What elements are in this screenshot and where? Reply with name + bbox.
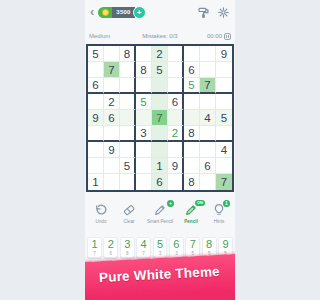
cell-r5c8[interactable]: 4 — [200, 110, 216, 126]
clear-icon — [122, 203, 136, 217]
coin-balance: 3500 — [112, 7, 134, 18]
cell-r3c7[interactable]: 5 — [184, 78, 200, 94]
cell-r3c3[interactable] — [120, 78, 136, 94]
numpad-remaining-count: 7 — [93, 251, 96, 256]
cell-r3c1[interactable]: 6 — [88, 78, 104, 94]
cell-r1c9[interactable]: 9 — [216, 46, 232, 62]
numpad-key-4[interactable]: 47 — [136, 237, 151, 258]
theme-brush-icon[interactable] — [197, 6, 210, 19]
toolbar-hints-button[interactable]: 1Hints — [209, 197, 229, 233]
cell-r7c5[interactable] — [152, 142, 168, 158]
numpad-key-2[interactable]: 26 — [103, 237, 118, 258]
numpad-digit: 2 — [108, 239, 114, 250]
cell-r9c7[interactable]: 8 — [184, 174, 200, 190]
numpad-key-3[interactable]: 38 — [120, 237, 135, 258]
cell-r1c5[interactable]: 2 — [152, 46, 168, 62]
cell-r9c8[interactable] — [200, 174, 216, 190]
cell-r5c5[interactable]: 7 — [152, 110, 168, 126]
cell-r4c1[interactable] — [88, 94, 104, 110]
cell-r2c5[interactable]: 5 — [152, 62, 168, 78]
cell-r7c6[interactable] — [168, 142, 184, 158]
cell-r5c7[interactable] — [184, 110, 200, 126]
cell-r5c6[interactable] — [168, 110, 184, 126]
top-bar: ‹ 3500 + — [85, 3, 235, 21]
sudoku-board: 58297856657256967453289451961687 — [86, 44, 234, 192]
cell-r3c4[interactable] — [136, 78, 152, 94]
cell-r9c6[interactable] — [168, 174, 184, 190]
game-info-row: Medium Mistakes: 0/3 00:00 — [85, 30, 235, 42]
numpad-remaining-count: 3 — [159, 251, 162, 256]
cell-r6c6[interactable]: 2 — [168, 126, 184, 142]
cell-r4c4[interactable]: 5 — [136, 94, 152, 110]
cell-r5c4[interactable] — [136, 110, 152, 126]
cell-r6c8[interactable] — [200, 126, 216, 142]
cell-r8c5[interactable]: 1 — [152, 158, 168, 174]
cell-r1c3[interactable]: 8 — [120, 46, 136, 62]
cell-r6c4[interactable]: 3 — [136, 126, 152, 142]
cell-r7c1[interactable] — [88, 142, 104, 158]
cell-r9c2[interactable] — [104, 174, 120, 190]
add-coins-button[interactable]: + — [133, 6, 146, 19]
cell-r9c4[interactable] — [136, 174, 152, 190]
cell-r8c4[interactable] — [136, 158, 152, 174]
cell-r2c9[interactable] — [216, 62, 232, 78]
cell-r2c1[interactable] — [88, 62, 104, 78]
numpad-digit: 9 — [223, 239, 229, 250]
cell-r7c7[interactable] — [184, 142, 200, 158]
theme-promo-banner[interactable]: Pure White Theme — [85, 254, 235, 300]
numpad-remaining-count: 6 — [110, 251, 113, 256]
undo-icon — [94, 203, 108, 217]
cell-r2c6[interactable] — [168, 62, 184, 78]
pencil-badge: ON — [195, 200, 205, 206]
cell-r8c8[interactable]: 6 — [200, 158, 216, 174]
cell-r6c2[interactable] — [104, 126, 120, 142]
pause-button[interactable] — [224, 33, 231, 40]
cell-r3c5[interactable] — [152, 78, 168, 94]
cell-r4c8[interactable] — [200, 94, 216, 110]
cell-r8c1[interactable] — [88, 158, 104, 174]
cell-r2c7[interactable]: 6 — [184, 62, 200, 78]
cell-r2c8[interactable] — [200, 62, 216, 78]
cell-r1c4[interactable] — [136, 46, 152, 62]
numpad-remaining-count: 3 — [175, 251, 178, 256]
cell-r6c1[interactable] — [88, 126, 104, 142]
numpad-digit: 5 — [157, 239, 163, 250]
cell-r3c9[interactable] — [216, 78, 232, 94]
cell-r7c8[interactable] — [200, 142, 216, 158]
cell-r4c6[interactable]: 6 — [168, 94, 184, 110]
smart-pencil-badge: + — [167, 200, 174, 207]
cell-r9c1[interactable]: 1 — [88, 174, 104, 190]
cell-r5c9[interactable]: 5 — [216, 110, 232, 126]
numpad-digit: 7 — [190, 239, 196, 250]
cell-r9c5[interactable]: 6 — [152, 174, 168, 190]
hints-label: Hints — [214, 219, 224, 224]
timer: 00:00 — [207, 33, 222, 39]
cell-r8c2[interactable] — [104, 158, 120, 174]
toolbar-clear-button[interactable]: Clear — [119, 197, 139, 233]
cell-r1c7[interactable] — [184, 46, 200, 62]
banner-text: Pure White Theme — [99, 264, 221, 285]
cell-r6c7[interactable]: 8 — [184, 126, 200, 142]
numpad-key-6[interactable]: 63 — [169, 237, 184, 258]
cell-r1c6[interactable] — [168, 46, 184, 62]
cell-r4c9[interactable] — [216, 94, 232, 110]
cell-r5c2[interactable]: 6 — [104, 110, 120, 126]
toolbar-undo-button[interactable]: Undo — [91, 197, 111, 233]
cell-r2c2[interactable]: 7 — [104, 62, 120, 78]
toolbar-pencil-button[interactable]: ONPencil — [181, 197, 201, 233]
cell-r8c3[interactable]: 5 — [120, 158, 136, 174]
numpad-key-7[interactable]: 75 — [185, 237, 200, 258]
cell-r1c8[interactable] — [200, 46, 216, 62]
numpad-remaining-count: 7 — [142, 251, 145, 256]
cell-r5c3[interactable] — [120, 110, 136, 126]
numpad-key-1[interactable]: 17 — [87, 237, 102, 258]
cell-r1c2[interactable] — [104, 46, 120, 62]
difficulty-label: Medium — [89, 33, 125, 39]
numpad-digit: 1 — [91, 239, 97, 250]
cell-r3c2[interactable] — [104, 78, 120, 94]
bottom-toolbar: UndoClear+Smart PencilONPencil1Hints — [85, 197, 235, 233]
toolbar-smart-pencil-button[interactable]: +Smart Pencil — [147, 197, 173, 233]
cell-r9c9[interactable]: 7 — [216, 174, 232, 190]
cell-r7c2[interactable]: 9 — [104, 142, 120, 158]
numpad-digit: 6 — [173, 239, 179, 250]
mistakes-counter: Mistakes: 0/3 — [125, 33, 195, 39]
cell-r4c3[interactable] — [120, 94, 136, 110]
cell-r2c3[interactable] — [120, 62, 136, 78]
cell-r6c3[interactable] — [120, 126, 136, 142]
numpad-digit: 4 — [141, 239, 147, 250]
cell-r7c4[interactable] — [136, 142, 152, 158]
sudoku-app: ‹ 3500 + Medium Mistakes: 0/3 00 — [85, 0, 235, 300]
numpad-key-5[interactable]: 53 — [153, 237, 168, 258]
cell-r8c6[interactable]: 9 — [168, 158, 184, 174]
hints-badge: 1 — [223, 200, 230, 207]
numpad-digit: 3 — [124, 239, 130, 250]
undo-label: Undo — [96, 219, 107, 224]
cell-r4c5[interactable] — [152, 94, 168, 110]
cell-r7c9[interactable]: 4 — [216, 142, 232, 158]
coin-counter[interactable]: 3500 + — [98, 7, 145, 18]
cell-r5c1[interactable]: 9 — [88, 110, 104, 126]
cell-r3c8[interactable]: 7 — [200, 78, 216, 94]
smart-pencil-icon — [153, 203, 167, 217]
smart-pencil-label: Smart Pencil — [147, 219, 173, 224]
clear-label: Clear — [123, 219, 134, 224]
cell-r8c7[interactable] — [184, 158, 200, 174]
cell-r2c4[interactable]: 8 — [136, 62, 152, 78]
cell-r7c3[interactable] — [120, 142, 136, 158]
back-button[interactable]: ‹ — [90, 5, 94, 19]
cell-r9c3[interactable] — [120, 174, 136, 190]
pencil-label: Pencil — [184, 219, 198, 224]
cell-r8c9[interactable] — [216, 158, 232, 174]
numpad-digit: 8 — [206, 239, 212, 250]
numpad-remaining-count: 8 — [126, 251, 129, 256]
cell-r4c2[interactable]: 2 — [104, 94, 120, 110]
cell-r6c5[interactable] — [152, 126, 168, 142]
cell-r6c9[interactable] — [216, 126, 232, 142]
settings-gear-icon[interactable] — [217, 6, 230, 19]
cell-r4c7[interactable] — [184, 94, 200, 110]
cell-r1c1[interactable]: 5 — [88, 46, 104, 62]
cell-r3c6[interactable] — [168, 78, 184, 94]
coin-icon — [98, 7, 112, 18]
